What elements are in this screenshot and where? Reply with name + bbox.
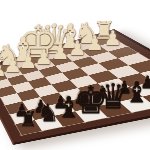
chess-board <box>0 29 150 145</box>
chess-set-photo: ♜♞♝♛♚♝♞♜♟♟♟♟♟♟♟♟♟♟♟♟♟♟♟♟♜♞♝♛♚♝♞♜ <box>0 0 150 150</box>
board-squares <box>0 35 150 135</box>
